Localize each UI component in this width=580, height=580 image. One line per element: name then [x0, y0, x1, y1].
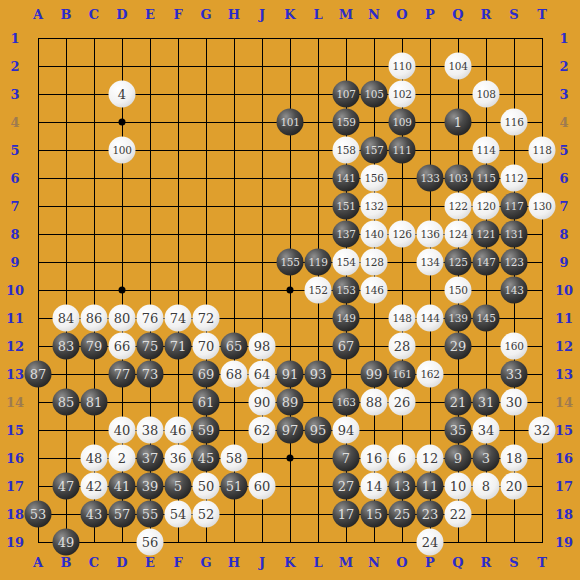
row-label-right-7: 7 [559, 199, 568, 214]
white-stone-32-T15: 32 [529, 417, 556, 444]
black-stone-35-Q15: 35 [445, 417, 472, 444]
black-stone-79-C12: 79 [81, 333, 108, 360]
black-stone-67-M12: 67 [333, 333, 360, 360]
column-label-bottom-Q: Q [452, 555, 463, 570]
black-stone-57-D18: 57 [109, 501, 136, 528]
black-stone-53-A18: 53 [25, 501, 52, 528]
black-stone-143-S10: 143 [501, 277, 528, 304]
column-label-top-Q: Q [452, 7, 463, 22]
white-stone-100-D5: 100 [109, 137, 136, 164]
white-stone-10-Q17: 10 [445, 473, 472, 500]
white-stone-50-G17: 50 [193, 473, 220, 500]
white-stone-14-N17: 14 [361, 473, 388, 500]
white-stone-120-R7: 120 [473, 193, 500, 220]
white-stone-114-R5: 114 [473, 137, 500, 164]
white-stone-6-O16: 6 [389, 445, 416, 472]
white-stone-154-M9: 154 [333, 249, 360, 276]
white-stone-88-N14: 88 [361, 389, 388, 416]
column-label-top-O: O [396, 7, 407, 22]
white-stone-162-P13: 162 [417, 361, 444, 388]
black-stone-73-E13: 73 [137, 361, 164, 388]
black-stone-123-S9: 123 [501, 249, 528, 276]
white-stone-26-O14: 26 [389, 389, 416, 416]
white-stone-148-O11: 148 [389, 305, 416, 332]
black-stone-15-N18: 15 [361, 501, 388, 528]
white-stone-36-F16: 36 [165, 445, 192, 472]
white-stone-144-P11: 144 [417, 305, 444, 332]
black-stone-29-Q12: 29 [445, 333, 472, 360]
black-stone-159-M4: 159 [333, 109, 360, 136]
white-stone-80-D11: 80 [109, 305, 136, 332]
black-stone-151-M7: 151 [333, 193, 360, 220]
black-stone-97-K15: 97 [277, 417, 304, 444]
white-stone-66-D12: 66 [109, 333, 136, 360]
black-stone-131-S8: 131 [501, 221, 528, 248]
white-stone-64-J13: 64 [249, 361, 276, 388]
white-stone-8-R17: 8 [473, 473, 500, 500]
row-label-right-8: 8 [559, 227, 568, 242]
white-stone-48-C16: 48 [81, 445, 108, 472]
white-stone-40-D15: 40 [109, 417, 136, 444]
black-stone-45-G16: 45 [193, 445, 220, 472]
grid-line-horizontal [38, 542, 543, 543]
column-label-top-J: J [259, 7, 265, 22]
black-stone-51-H17: 51 [221, 473, 248, 500]
column-label-top-L: L [313, 7, 322, 22]
black-stone-87-A13: 87 [25, 361, 52, 388]
black-stone-5-F17: 5 [165, 473, 192, 500]
white-stone-128-N9: 128 [361, 249, 388, 276]
black-stone-1-Q4: 1 [445, 109, 472, 136]
white-stone-12-P16: 12 [417, 445, 444, 472]
black-stone-95-L15: 95 [305, 417, 332, 444]
row-label-left-10: 10 [6, 283, 24, 298]
column-label-bottom-C: C [89, 555, 99, 570]
column-label-top-D: D [116, 7, 127, 22]
white-stone-136-P8: 136 [417, 221, 444, 248]
white-stone-84-B11: 84 [53, 305, 80, 332]
column-label-bottom-A: A [33, 555, 43, 570]
black-stone-27-M17: 27 [333, 473, 360, 500]
row-label-right-15: 15 [555, 423, 573, 438]
white-stone-20-S17: 20 [501, 473, 528, 500]
black-stone-65-H12: 65 [221, 333, 248, 360]
row-label-right-5: 5 [559, 143, 568, 158]
black-stone-145-R11: 145 [473, 305, 500, 332]
white-stone-2-D16: 2 [109, 445, 136, 472]
black-stone-13-O17: 13 [389, 473, 416, 500]
white-stone-110-O2: 110 [389, 53, 416, 80]
black-stone-37-E16: 37 [137, 445, 164, 472]
row-label-left-3: 3 [10, 87, 19, 102]
black-stone-25-O18: 25 [389, 501, 416, 528]
row-label-right-9: 9 [559, 255, 568, 270]
column-label-bottom-M: M [339, 555, 353, 570]
row-label-left-16: 16 [6, 451, 24, 466]
black-stone-7-M16: 7 [333, 445, 360, 472]
row-label-left-2: 2 [10, 59, 19, 74]
black-stone-21-Q14: 21 [445, 389, 472, 416]
column-label-top-G: G [200, 7, 211, 22]
row-label-right-1: 1 [559, 31, 568, 46]
row-label-left-12: 12 [6, 339, 24, 354]
white-stone-90-J14: 90 [249, 389, 276, 416]
black-stone-89-K14: 89 [277, 389, 304, 416]
white-stone-112-S6: 112 [501, 165, 528, 192]
black-stone-81-C14: 81 [81, 389, 108, 416]
row-label-left-14: 14 [6, 395, 24, 410]
black-stone-69-G13: 69 [193, 361, 220, 388]
star-point-D4 [119, 119, 126, 126]
white-stone-68-H13: 68 [221, 361, 248, 388]
row-label-left-8: 8 [10, 227, 19, 242]
row-label-left-17: 17 [6, 479, 24, 494]
black-stone-103-Q6: 103 [445, 165, 472, 192]
white-stone-118-T5: 118 [529, 137, 556, 164]
black-stone-91-K13: 91 [277, 361, 304, 388]
black-stone-107-M3: 107 [333, 81, 360, 108]
row-label-right-10: 10 [555, 283, 573, 298]
black-stone-23-P18: 23 [417, 501, 444, 528]
black-stone-49-B19: 49 [53, 529, 80, 556]
black-stone-119-L9: 119 [305, 249, 332, 276]
column-label-top-B: B [61, 7, 72, 22]
row-label-left-1: 1 [10, 31, 19, 46]
white-stone-108-R3: 108 [473, 81, 500, 108]
black-stone-41-D17: 41 [109, 473, 136, 500]
black-stone-39-E17: 39 [137, 473, 164, 500]
white-stone-28-O12: 28 [389, 333, 416, 360]
black-stone-55-E18: 55 [137, 501, 164, 528]
row-label-left-13: 13 [6, 367, 24, 382]
white-stone-60-J17: 60 [249, 473, 276, 500]
column-label-bottom-S: S [509, 555, 518, 570]
white-stone-72-G11: 72 [193, 305, 220, 332]
white-stone-140-N8: 140 [361, 221, 388, 248]
row-label-right-2: 2 [559, 59, 568, 74]
go-board[interactable]: AABBCCDDEEFFGGHHJJKKLLMMNNOOPPQQRRSSTT11… [0, 0, 580, 580]
black-stone-121-R8: 121 [473, 221, 500, 248]
black-stone-125-Q9: 125 [445, 249, 472, 276]
white-stone-58-H16: 58 [221, 445, 248, 472]
black-stone-157-N5: 157 [361, 137, 388, 164]
white-stone-52-G18: 52 [193, 501, 220, 528]
white-stone-74-F11: 74 [165, 305, 192, 332]
column-label-bottom-H: H [228, 555, 240, 570]
black-stone-61-G14: 61 [193, 389, 220, 416]
white-stone-116-S4: 116 [501, 109, 528, 136]
white-stone-98-J12: 98 [249, 333, 276, 360]
row-label-right-16: 16 [555, 451, 573, 466]
black-stone-133-P6: 133 [417, 165, 444, 192]
column-label-bottom-L: L [313, 555, 322, 570]
column-label-top-T: T [537, 7, 547, 22]
white-stone-130-T7: 130 [529, 193, 556, 220]
white-stone-30-S14: 30 [501, 389, 528, 416]
black-stone-115-R6: 115 [473, 165, 500, 192]
white-stone-152-L10: 152 [305, 277, 332, 304]
black-stone-111-O5: 111 [389, 137, 416, 164]
column-label-bottom-K: K [284, 555, 295, 570]
black-stone-101-K4: 101 [277, 109, 304, 136]
white-stone-16-N16: 16 [361, 445, 388, 472]
column-label-top-S: S [509, 7, 518, 22]
white-stone-56-E19: 56 [137, 529, 164, 556]
column-label-bottom-J: J [259, 555, 265, 570]
column-label-top-P: P [425, 7, 435, 22]
row-label-right-3: 3 [559, 87, 568, 102]
white-stone-22-Q18: 22 [445, 501, 472, 528]
white-stone-62-J15: 62 [249, 417, 276, 444]
row-label-right-12: 12 [555, 339, 573, 354]
row-label-right-6: 6 [559, 171, 568, 186]
black-stone-137-M8: 137 [333, 221, 360, 248]
black-stone-33-S13: 33 [501, 361, 528, 388]
black-stone-43-C18: 43 [81, 501, 108, 528]
column-label-bottom-D: D [116, 555, 127, 570]
white-stone-76-E11: 76 [137, 305, 164, 332]
column-label-bottom-E: E [145, 555, 155, 570]
column-label-top-N: N [368, 7, 380, 22]
black-stone-109-O4: 109 [389, 109, 416, 136]
white-stone-42-C17: 42 [81, 473, 108, 500]
column-label-top-M: M [339, 7, 353, 22]
row-label-left-6: 6 [10, 171, 19, 186]
black-stone-71-F12: 71 [165, 333, 192, 360]
white-stone-150-Q10: 150 [445, 277, 472, 304]
row-label-right-17: 17 [555, 479, 573, 494]
row-label-left-7: 7 [10, 199, 19, 214]
white-stone-94-M15: 94 [333, 417, 360, 444]
black-stone-139-Q11: 139 [445, 305, 472, 332]
black-stone-147-R9: 147 [473, 249, 500, 276]
white-stone-104-Q2: 104 [445, 53, 472, 80]
column-label-top-R: R [481, 7, 492, 22]
white-stone-86-C11: 86 [81, 305, 108, 332]
column-label-top-F: F [173, 7, 182, 22]
black-stone-141-M6: 141 [333, 165, 360, 192]
black-stone-85-B14: 85 [53, 389, 80, 416]
white-stone-54-F18: 54 [165, 501, 192, 528]
white-stone-156-N6: 156 [361, 165, 388, 192]
black-stone-47-B17: 47 [53, 473, 80, 500]
row-label-left-9: 9 [10, 255, 19, 270]
row-label-right-13: 13 [555, 367, 573, 382]
white-stone-18-S16: 18 [501, 445, 528, 472]
row-label-left-19: 19 [6, 535, 24, 550]
white-stone-102-O3: 102 [389, 81, 416, 108]
white-stone-124-Q8: 124 [445, 221, 472, 248]
white-stone-24-P19: 24 [417, 529, 444, 556]
black-stone-3-R16: 3 [473, 445, 500, 472]
black-stone-83-B12: 83 [53, 333, 80, 360]
black-stone-163-M14: 163 [333, 389, 360, 416]
black-stone-153-M10: 153 [333, 277, 360, 304]
white-stone-126-O8: 126 [389, 221, 416, 248]
white-stone-4-D3: 4 [109, 81, 136, 108]
black-stone-105-N3: 105 [361, 81, 388, 108]
column-label-top-K: K [284, 7, 295, 22]
black-stone-11-P17: 11 [417, 473, 444, 500]
column-label-bottom-P: P [425, 555, 435, 570]
row-label-right-19: 19 [555, 535, 573, 550]
white-stone-122-Q7: 122 [445, 193, 472, 220]
black-stone-17-M18: 17 [333, 501, 360, 528]
grid-line-vertical [542, 38, 543, 543]
column-label-top-C: C [89, 7, 99, 22]
star-point-D10 [119, 287, 126, 294]
white-stone-132-N7: 132 [361, 193, 388, 220]
black-stone-117-S7: 117 [501, 193, 528, 220]
black-stone-149-M11: 149 [333, 305, 360, 332]
column-label-bottom-R: R [481, 555, 492, 570]
column-label-top-E: E [145, 7, 155, 22]
row-label-left-5: 5 [10, 143, 19, 158]
star-point-K16 [287, 455, 294, 462]
row-label-left-18: 18 [6, 507, 24, 522]
black-stone-99-N13: 99 [361, 361, 388, 388]
column-label-top-A: A [33, 7, 43, 22]
column-label-bottom-G: G [200, 555, 211, 570]
white-stone-46-F15: 46 [165, 417, 192, 444]
black-stone-155-K9: 155 [277, 249, 304, 276]
row-label-right-11: 11 [555, 311, 573, 326]
star-point-K10 [287, 287, 294, 294]
white-stone-134-P9: 134 [417, 249, 444, 276]
column-label-bottom-T: T [537, 555, 547, 570]
white-stone-34-R15: 34 [473, 417, 500, 444]
black-stone-59-G15: 59 [193, 417, 220, 444]
white-stone-160-S12: 160 [501, 333, 528, 360]
black-stone-31-R14: 31 [473, 389, 500, 416]
black-stone-77-D13: 77 [109, 361, 136, 388]
white-stone-146-N10: 146 [361, 277, 388, 304]
row-label-left-11: 11 [6, 311, 24, 326]
row-label-left-4: 4 [10, 115, 19, 130]
black-stone-161-O13: 161 [389, 361, 416, 388]
column-label-bottom-O: O [396, 555, 407, 570]
black-stone-75-E12: 75 [137, 333, 164, 360]
white-stone-70-G12: 70 [193, 333, 220, 360]
column-label-bottom-N: N [368, 555, 380, 570]
column-label-bottom-F: F [173, 555, 182, 570]
black-stone-9-Q16: 9 [445, 445, 472, 472]
white-stone-38-E15: 38 [137, 417, 164, 444]
column-label-bottom-B: B [61, 555, 72, 570]
black-stone-93-L13: 93 [305, 361, 332, 388]
column-label-top-H: H [228, 7, 240, 22]
row-label-right-4: 4 [559, 115, 568, 130]
white-stone-158-M5: 158 [333, 137, 360, 164]
row-label-left-15: 15 [6, 423, 24, 438]
row-label-right-14: 14 [555, 395, 573, 410]
row-label-right-18: 18 [555, 507, 573, 522]
